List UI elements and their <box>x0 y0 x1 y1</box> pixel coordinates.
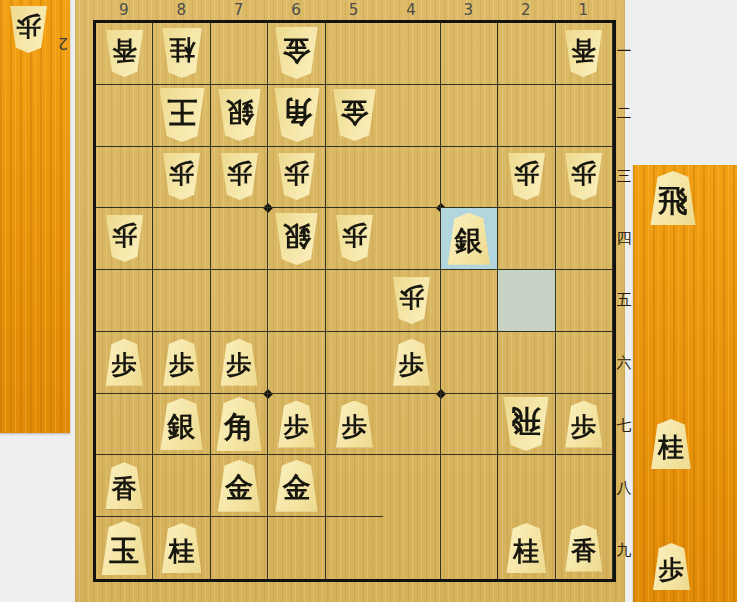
square-49[interactable] <box>383 517 440 579</box>
piece-kanji: 歩 <box>399 285 424 310</box>
square-59[interactable] <box>326 517 383 579</box>
square-36[interactable] <box>441 332 498 394</box>
file-labels: 987654321 <box>95 1 612 19</box>
square-71[interactable] <box>211 23 268 85</box>
piece-sente-歩[interactable]: 歩 <box>651 543 692 590</box>
square-79[interactable] <box>211 517 268 579</box>
square-99[interactable]: 玉 <box>96 517 153 579</box>
piece-kanji: 歩 <box>571 162 596 187</box>
piece-kanji: 桂 <box>658 434 684 460</box>
piece-sente-歩[interactable]: 歩 <box>219 339 260 386</box>
piece-kanji: 歩 <box>169 162 194 187</box>
square-33[interactable] <box>441 147 498 209</box>
square-66[interactable] <box>268 332 325 394</box>
square-97[interactable] <box>96 394 153 456</box>
square-31[interactable] <box>441 23 498 85</box>
gote-hand-stand: 歩2 <box>0 0 70 433</box>
square-57[interactable]: 歩 <box>326 394 383 456</box>
square-44[interactable] <box>383 208 440 270</box>
piece-sente-歩[interactable]: 歩 <box>563 401 604 448</box>
square-53[interactable] <box>326 147 383 209</box>
file-label: 4 <box>382 1 439 19</box>
piece-sente-金[interactable]: 金 <box>216 460 263 512</box>
hand-item-gote: 歩2 <box>8 6 49 53</box>
square-76[interactable]: 歩 <box>211 332 268 394</box>
piece-kanji: 歩 <box>227 352 252 377</box>
piece-gote-歩[interactable]: 歩 <box>276 153 317 200</box>
square-32[interactable] <box>441 85 498 147</box>
square-48[interactable] <box>383 455 440 517</box>
square-16[interactable] <box>556 332 613 394</box>
square-39[interactable] <box>441 517 498 579</box>
square-75[interactable] <box>211 270 268 332</box>
file-label: 7 <box>210 1 267 19</box>
square-94[interactable]: 歩 <box>96 208 153 270</box>
square-83[interactable]: 歩 <box>153 147 210 209</box>
file-label: 2 <box>497 1 554 19</box>
piece-kanji: 香 <box>112 38 137 63</box>
square-88[interactable] <box>153 455 210 517</box>
square-93[interactable] <box>96 147 153 209</box>
piece-sente-香[interactable]: 香 <box>104 462 145 509</box>
piece-kanji: 飛 <box>511 407 541 437</box>
square-45[interactable]: 歩 <box>383 270 440 332</box>
piece-kanji: 王 <box>167 98 197 128</box>
piece-kanji: 歩 <box>571 414 596 439</box>
square-35[interactable] <box>441 270 498 332</box>
file-label: 1 <box>555 1 612 19</box>
piece-gote-角[interactable]: 角 <box>272 88 322 142</box>
square-96[interactable]: 歩 <box>96 332 153 394</box>
piece-gote-金[interactable]: 金 <box>331 89 378 141</box>
square-46[interactable]: 歩 <box>383 332 440 394</box>
square-51[interactable] <box>326 23 383 85</box>
piece-kanji: 歩 <box>169 352 194 377</box>
piece-gote-金[interactable]: 金 <box>273 27 320 79</box>
square-18[interactable] <box>556 455 613 517</box>
rank-label: 二 <box>611 82 637 144</box>
piece-sente-歩[interactable]: 歩 <box>334 401 375 448</box>
piece-sente-金[interactable]: 金 <box>273 460 320 512</box>
square-28[interactable] <box>498 455 555 517</box>
square-19[interactable]: 香 <box>556 517 613 579</box>
piece-kanji: 歩 <box>514 162 539 187</box>
piece-gote-歩[interactable]: 歩 <box>391 277 432 324</box>
piece-sente-歩[interactable]: 歩 <box>276 401 317 448</box>
piece-gote-歩[interactable]: 歩 <box>506 153 547 200</box>
piece-kanji: 飛 <box>658 186 688 216</box>
square-74[interactable] <box>211 208 268 270</box>
piece-kanji: 銀 <box>455 227 483 255</box>
piece-kanji: 桂 <box>169 538 195 564</box>
piece-kanji: 歩 <box>342 224 367 249</box>
piece-kanji: 香 <box>571 538 596 563</box>
square-37[interactable] <box>441 394 498 456</box>
hand-count: 2 <box>58 34 68 53</box>
piece-sente-玉[interactable]: 玉 <box>99 521 149 575</box>
square-43[interactable] <box>383 147 440 209</box>
piece-kanji: 金 <box>340 99 368 127</box>
piece-kanji: 桂 <box>169 38 195 64</box>
board-grid: 香桂金香王銀角金歩歩歩歩歩歩銀歩銀歩歩歩歩歩銀角歩歩飛歩香金金玉桂桂香 <box>93 20 616 582</box>
hand-item-sente: 飛 <box>648 171 698 225</box>
piece-gote-歩[interactable]: 歩 <box>8 6 49 53</box>
square-61[interactable]: 金 <box>268 23 325 85</box>
piece-kanji: 歩 <box>284 162 309 187</box>
square-58[interactable] <box>326 455 383 517</box>
piece-kanji: 桂 <box>513 538 539 564</box>
file-label: 3 <box>440 1 497 19</box>
square-24[interactable] <box>498 208 555 270</box>
square-27[interactable]: 飛 <box>498 394 555 456</box>
rank-label: 一 <box>611 20 637 82</box>
piece-sente-桂[interactable]: 桂 <box>649 419 693 469</box>
file-label: 9 <box>95 1 152 19</box>
piece-kanji: 角 <box>282 98 312 128</box>
piece-kanji: 香 <box>112 476 137 501</box>
square-68[interactable]: 金 <box>268 455 325 517</box>
piece-kanji: 歩 <box>399 352 424 377</box>
piece-sente-角[interactable]: 角 <box>214 397 264 451</box>
piece-kanji: 銀 <box>168 413 196 441</box>
square-65[interactable] <box>268 270 325 332</box>
piece-gote-銀[interactable]: 銀 <box>273 213 320 265</box>
square-98[interactable]: 香 <box>96 455 153 517</box>
piece-sente-桂[interactable]: 桂 <box>504 523 548 573</box>
piece-kanji: 歩 <box>112 224 137 249</box>
square-11[interactable]: 香 <box>556 23 613 85</box>
piece-gote-飛[interactable]: 飛 <box>501 397 551 451</box>
square-23[interactable]: 歩 <box>498 147 555 209</box>
piece-gote-香[interactable]: 香 <box>563 30 604 77</box>
piece-kanji: 歩 <box>659 557 684 582</box>
square-22[interactable] <box>498 85 555 147</box>
sente-hand-stand: 飛桂歩 <box>633 165 737 602</box>
square-72[interactable]: 銀 <box>211 85 268 147</box>
piece-sente-香[interactable]: 香 <box>563 525 604 572</box>
piece-sente-銀[interactable]: 銀 <box>445 213 492 265</box>
square-85[interactable] <box>153 270 210 332</box>
square-52[interactable]: 金 <box>326 85 383 147</box>
square-38[interactable] <box>441 455 498 517</box>
square-92[interactable] <box>96 85 153 147</box>
square-67[interactable]: 歩 <box>268 394 325 456</box>
square-64[interactable]: 銀 <box>268 208 325 270</box>
square-91[interactable]: 香 <box>96 23 153 85</box>
square-55[interactable] <box>326 270 383 332</box>
piece-gote-香[interactable]: 香 <box>104 30 145 77</box>
piece-kanji: 金 <box>225 474 253 502</box>
square-95[interactable] <box>96 270 153 332</box>
piece-kanji: 歩 <box>227 162 252 187</box>
piece-kanji: 金 <box>283 474 311 502</box>
file-label: 5 <box>325 1 382 19</box>
square-77[interactable]: 角 <box>211 394 268 456</box>
hand-item-sente: 桂 <box>649 419 693 469</box>
piece-gote-王[interactable]: 王 <box>157 88 207 142</box>
piece-sente-飛[interactable]: 飛 <box>648 171 698 225</box>
square-12[interactable] <box>556 85 613 147</box>
square-73[interactable]: 歩 <box>211 147 268 209</box>
piece-sente-銀[interactable]: 銀 <box>158 398 205 450</box>
hand-item-sente: 歩 <box>651 543 692 590</box>
square-15[interactable] <box>556 270 613 332</box>
square-89[interactable]: 桂 <box>153 517 210 579</box>
square-63[interactable]: 歩 <box>268 147 325 209</box>
piece-kanji: 金 <box>283 37 311 65</box>
piece-sente-歩[interactable]: 歩 <box>161 339 202 386</box>
square-47[interactable] <box>383 394 440 456</box>
piece-sente-歩[interactable]: 歩 <box>391 339 432 386</box>
square-86[interactable]: 歩 <box>153 332 210 394</box>
square-21[interactable] <box>498 23 555 85</box>
square-14[interactable] <box>556 208 613 270</box>
piece-sente-歩[interactable]: 歩 <box>104 339 145 386</box>
square-69[interactable] <box>268 517 325 579</box>
piece-kanji: 角 <box>224 412 254 442</box>
piece-gote-歩[interactable]: 歩 <box>161 153 202 200</box>
square-29[interactable]: 桂 <box>498 517 555 579</box>
square-42[interactable] <box>383 85 440 147</box>
square-82[interactable]: 王 <box>153 85 210 147</box>
piece-gote-桂[interactable]: 桂 <box>160 28 204 78</box>
square-13[interactable]: 歩 <box>556 147 613 209</box>
piece-gote-歩[interactable]: 歩 <box>219 153 260 200</box>
piece-gote-歩[interactable]: 歩 <box>334 215 375 262</box>
square-41[interactable] <box>383 23 440 85</box>
piece-kanji: 玉 <box>109 536 139 566</box>
square-84[interactable] <box>153 208 210 270</box>
square-17[interactable]: 歩 <box>556 394 613 456</box>
file-label: 6 <box>267 1 324 19</box>
square-87[interactable]: 銀 <box>153 394 210 456</box>
square-54[interactable]: 歩 <box>326 208 383 270</box>
piece-gote-銀[interactable]: 銀 <box>216 89 263 141</box>
square-25[interactable] <box>498 270 555 332</box>
piece-gote-歩[interactable]: 歩 <box>104 215 145 262</box>
shogi-app: 歩2 987654321 香桂金香王銀角金歩歩歩歩歩歩銀歩銀歩歩歩歩歩銀角歩歩飛… <box>0 0 737 602</box>
square-81[interactable]: 桂 <box>153 23 210 85</box>
piece-kanji: 銀 <box>225 99 253 127</box>
piece-kanji: 歩 <box>112 352 137 377</box>
square-62[interactable]: 角 <box>268 85 325 147</box>
piece-sente-桂[interactable]: 桂 <box>160 523 204 573</box>
piece-kanji: 歩 <box>342 414 367 439</box>
piece-kanji: 歩 <box>284 414 309 439</box>
piece-gote-歩[interactable]: 歩 <box>563 153 604 200</box>
square-34[interactable]: 銀 <box>441 208 498 270</box>
piece-kanji: 銀 <box>283 222 311 250</box>
piece-kanji: 歩 <box>16 15 41 40</box>
file-label: 8 <box>152 1 209 19</box>
square-78[interactable]: 金 <box>211 455 268 517</box>
piece-kanji: 香 <box>571 38 596 63</box>
square-56[interactable] <box>326 332 383 394</box>
square-26[interactable] <box>498 332 555 394</box>
